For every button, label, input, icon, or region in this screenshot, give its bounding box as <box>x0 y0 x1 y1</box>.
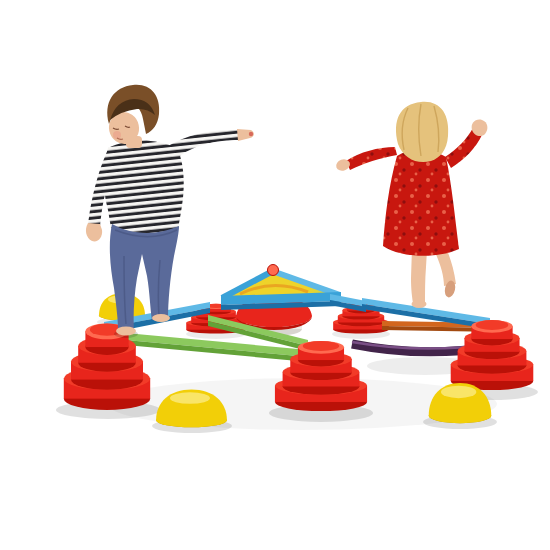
girl-foot-standing <box>412 300 427 308</box>
balance-course-illustration <box>40 16 550 550</box>
boy-foot-right <box>152 314 170 322</box>
boy-foot-left <box>116 327 136 336</box>
boy-cheek <box>113 131 121 139</box>
girl-hair <box>396 102 448 162</box>
girl-sleeve-left <box>346 147 397 170</box>
boy-head <box>106 85 159 148</box>
girl-dress <box>383 150 459 256</box>
boy-shirt <box>104 141 184 236</box>
boy-hand-left <box>86 223 102 241</box>
boy-fingertip <box>249 132 253 136</box>
platform-apex-knob <box>268 265 279 276</box>
girl-figure <box>335 102 488 308</box>
girl-leg-standing <box>411 248 427 303</box>
product-photo: Product photo on a white background: two… <box>40 16 550 550</box>
